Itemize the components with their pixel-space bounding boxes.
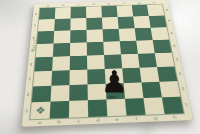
coord-label: 8 [163, 4, 170, 15]
square-d7[interactable] [86, 18, 102, 30]
square-e5[interactable] [103, 41, 121, 55]
square-g7[interactable] [133, 16, 150, 28]
square-a2[interactable] [32, 86, 52, 103]
coord-label: 2 [179, 81, 188, 97]
square-b1[interactable] [50, 101, 70, 119]
coord-label: g [146, 115, 166, 121]
square-f1[interactable] [125, 98, 146, 115]
square-d1[interactable] [88, 99, 108, 116]
coord-label: e [107, 116, 127, 122]
square-e8[interactable] [101, 6, 117, 18]
square-g6[interactable] [135, 28, 153, 41]
coord-label: 3 [176, 66, 184, 81]
compass-diamond-logo-icon: ❖ [30, 102, 50, 120]
coord-label: f [127, 116, 147, 122]
square-c5[interactable] [70, 42, 87, 56]
square-c4[interactable] [70, 56, 88, 71]
square-e6[interactable] [103, 29, 120, 42]
square-b4[interactable] [52, 56, 70, 71]
photo-scene: abcdefgh abcdefgh 87654321 87654321 CHES… [0, 0, 200, 134]
coord-label: c [69, 118, 88, 124]
square-b7[interactable] [54, 19, 70, 31]
square-g5[interactable] [136, 40, 155, 54]
coord-label: b [49, 119, 69, 125]
square-d5[interactable] [87, 42, 104, 56]
square-f7[interactable] [118, 16, 135, 28]
square-c8[interactable] [71, 7, 87, 19]
square-a4[interactable] [34, 57, 52, 72]
square-c6[interactable] [70, 30, 87, 43]
square-c7[interactable] [70, 18, 86, 30]
coord-label: 8 [33, 8, 39, 19]
square-d6[interactable] [87, 29, 104, 42]
square-f5[interactable] [120, 41, 138, 55]
piece-black-pawn[interactable]: ♟ [101, 67, 128, 97]
square-a3[interactable] [33, 71, 52, 87]
square-b5[interactable] [53, 43, 70, 57]
square-a7[interactable] [38, 19, 55, 31]
square-a8[interactable] [39, 8, 55, 20]
square-f6[interactable] [119, 28, 137, 41]
coord-label: a [30, 120, 50, 126]
square-h7[interactable] [149, 15, 167, 27]
square-f8[interactable] [117, 5, 134, 17]
coord-label: 2 [25, 86, 32, 102]
coord-label: 3 [26, 72, 33, 87]
square-h8[interactable] [147, 4, 164, 16]
square-a6[interactable] [37, 31, 54, 44]
square-b6[interactable] [54, 30, 71, 43]
coord-label: h [165, 114, 185, 120]
square-d8[interactable] [86, 6, 102, 18]
coord-label: 5 [170, 39, 178, 52]
square-b2[interactable] [51, 85, 70, 102]
square-b8[interactable] [55, 7, 71, 19]
coord-label: 7 [32, 20, 38, 32]
square-h6[interactable] [151, 27, 169, 40]
coord-label: 4 [28, 57, 34, 71]
square-a5[interactable] [36, 43, 54, 57]
coord-label: 7 [166, 15, 173, 27]
coord-label: 1 [23, 102, 30, 119]
square-b3[interactable] [51, 70, 69, 86]
square-g8[interactable] [132, 5, 149, 17]
square-h3[interactable] [157, 66, 177, 81]
square-c3[interactable] [69, 70, 87, 86]
coord-label: 6 [168, 27, 175, 40]
square-h1[interactable] [162, 97, 184, 114]
square-h2[interactable] [159, 81, 180, 97]
square-c1[interactable] [69, 100, 88, 118]
coord-label: 4 [173, 52, 181, 66]
square-e1[interactable] [106, 99, 126, 116]
coord-label: d [88, 117, 107, 123]
square-h5[interactable] [153, 40, 172, 54]
square-h4[interactable] [155, 53, 175, 67]
square-c2[interactable] [69, 84, 88, 100]
squares-grid [30, 4, 183, 119]
square-e7[interactable] [102, 17, 119, 29]
